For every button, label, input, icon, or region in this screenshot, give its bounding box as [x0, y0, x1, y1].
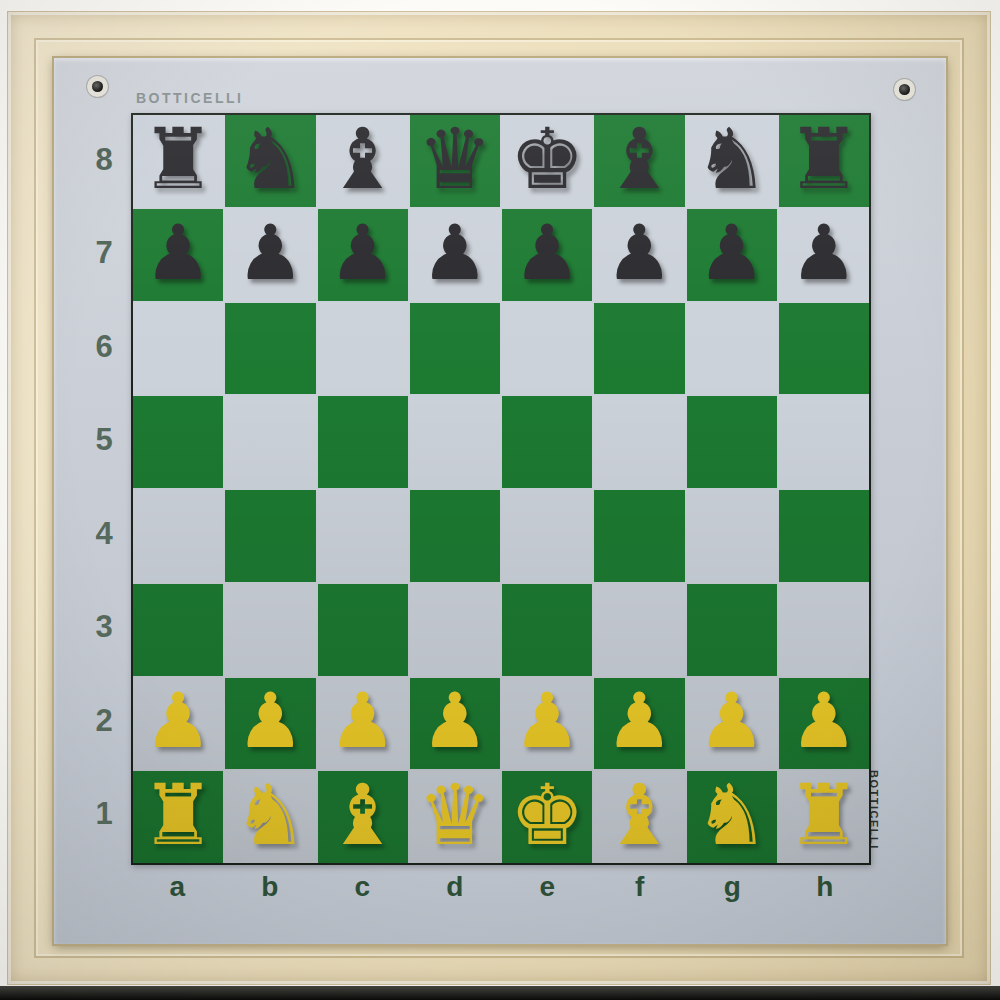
square-c4[interactable] — [318, 490, 408, 582]
square-h3[interactable] — [779, 584, 869, 676]
square-a3[interactable] — [133, 584, 223, 676]
square-b7[interactable]: ♟ — [225, 209, 315, 301]
square-f1[interactable]: ♝ — [594, 771, 684, 863]
square-f4[interactable] — [594, 490, 684, 582]
square-a6[interactable] — [133, 303, 223, 395]
square-f3[interactable] — [594, 584, 684, 676]
black-rook-h8[interactable]: ♜ — [786, 117, 861, 201]
square-c5[interactable] — [318, 396, 408, 488]
square-a2[interactable]: ♟ — [133, 678, 223, 770]
square-g4[interactable] — [687, 490, 777, 582]
square-e1[interactable]: ♚ — [502, 771, 592, 863]
black-rook-a8[interactable]: ♜ — [140, 117, 215, 201]
square-b2[interactable]: ♟ — [225, 678, 315, 770]
white-king-e1[interactable]: ♚ — [509, 773, 584, 857]
square-e5[interactable] — [502, 396, 592, 488]
file-label-g: g — [686, 866, 779, 908]
black-pawn-a7[interactable]: ♟ — [144, 215, 212, 291]
rank-label-6: 6 — [82, 300, 126, 394]
file-label-c: c — [316, 866, 409, 908]
square-d6[interactable] — [410, 303, 500, 395]
square-d5[interactable] — [410, 396, 500, 488]
white-bishop-c1[interactable]: ♝ — [325, 773, 400, 857]
white-pawn-f2[interactable]: ♟ — [605, 683, 673, 759]
square-e2[interactable]: ♟ — [502, 678, 592, 770]
white-knight-b1[interactable]: ♞ — [233, 773, 308, 857]
rank-label-3: 3 — [82, 581, 126, 675]
rank-label-1: 1 — [82, 768, 126, 862]
square-b3[interactable] — [225, 584, 315, 676]
file-label-d: d — [409, 866, 502, 908]
rank-labels: 87654321 — [82, 113, 126, 861]
black-knight-b8[interactable]: ♞ — [233, 117, 308, 201]
white-pawn-c2[interactable]: ♟ — [329, 683, 397, 759]
square-a7[interactable]: ♟ — [133, 209, 223, 301]
square-g6[interactable] — [687, 303, 777, 395]
square-b8[interactable]: ♞ — [225, 115, 315, 207]
square-g3[interactable] — [687, 584, 777, 676]
square-h1[interactable]: ♜ — [779, 771, 869, 863]
square-g5[interactable] — [687, 396, 777, 488]
frame-bottom-shadow — [0, 986, 1000, 1000]
square-c1[interactable]: ♝ — [318, 771, 408, 863]
square-h7[interactable]: ♟ — [779, 209, 869, 301]
square-d3[interactable] — [410, 584, 500, 676]
rank-label-8: 8 — [82, 113, 126, 207]
square-a8[interactable]: ♜ — [133, 115, 223, 207]
square-d7[interactable]: ♟ — [410, 209, 500, 301]
square-h4[interactable] — [779, 490, 869, 582]
square-g8[interactable]: ♞ — [687, 115, 777, 207]
square-h8[interactable]: ♜ — [779, 115, 869, 207]
square-e3[interactable] — [502, 584, 592, 676]
square-b4[interactable] — [225, 490, 315, 582]
black-pawn-b7[interactable]: ♟ — [236, 215, 304, 291]
brand-label-top: BOTTICELLI — [136, 90, 243, 106]
square-f8[interactable]: ♝ — [594, 115, 684, 207]
board: ♜♞♝♛♚♝♞♜♟♟♟♟♟♟♟♟♟♟♟♟♟♟♟♟♜♞♝♛♚♝♞♜ — [131, 113, 871, 865]
square-d4[interactable] — [410, 490, 500, 582]
white-pawn-a2[interactable]: ♟ — [144, 683, 212, 759]
square-c8[interactable]: ♝ — [318, 115, 408, 207]
square-b6[interactable] — [225, 303, 315, 395]
white-knight-g1[interactable]: ♞ — [694, 773, 769, 857]
file-labels: abcdefgh — [131, 866, 871, 908]
white-queen-d1[interactable]: ♛ — [417, 773, 492, 857]
rank-label-2: 2 — [82, 674, 126, 768]
square-c2[interactable]: ♟ — [318, 678, 408, 770]
rank-label-7: 7 — [82, 207, 126, 301]
square-h2[interactable]: ♟ — [779, 678, 869, 770]
square-d8[interactable]: ♛ — [410, 115, 500, 207]
file-label-a: a — [131, 866, 224, 908]
square-g1[interactable]: ♞ — [687, 771, 777, 863]
square-f7[interactable]: ♟ — [594, 209, 684, 301]
square-b5[interactable] — [225, 396, 315, 488]
square-e4[interactable] — [502, 490, 592, 582]
square-e8[interactable]: ♚ — [502, 115, 592, 207]
square-f5[interactable] — [594, 396, 684, 488]
file-label-f: f — [594, 866, 687, 908]
black-pawn-c7[interactable]: ♟ — [329, 215, 397, 291]
screw-hole-top-left — [92, 81, 103, 92]
square-h5[interactable] — [779, 396, 869, 488]
square-h6[interactable] — [779, 303, 869, 395]
white-pawn-b2[interactable]: ♟ — [236, 683, 304, 759]
square-d2[interactable]: ♟ — [410, 678, 500, 770]
square-c6[interactable] — [318, 303, 408, 395]
black-bishop-f8[interactable]: ♝ — [602, 117, 677, 201]
black-queen-d8[interactable]: ♛ — [417, 117, 492, 201]
square-g2[interactable]: ♟ — [687, 678, 777, 770]
square-c3[interactable] — [318, 584, 408, 676]
white-pawn-g2[interactable]: ♟ — [698, 683, 766, 759]
white-pawn-e2[interactable]: ♟ — [513, 683, 581, 759]
rank-label-5: 5 — [82, 394, 126, 488]
white-pawn-d2[interactable]: ♟ — [421, 683, 489, 759]
white-pawn-h2[interactable]: ♟ — [790, 683, 858, 759]
square-c7[interactable]: ♟ — [318, 209, 408, 301]
black-king-e8[interactable]: ♚ — [509, 117, 584, 201]
rank-label-4: 4 — [82, 487, 126, 581]
square-f6[interactable] — [594, 303, 684, 395]
file-label-b: b — [224, 866, 317, 908]
wall-chessboard-photo: BOTTICELLI BOTTICELLI 87654321 ♜♞♝♛♚♝♞♜♟… — [0, 0, 1000, 1000]
square-d1[interactable]: ♛ — [410, 771, 500, 863]
black-pawn-g7[interactable]: ♟ — [698, 215, 766, 291]
square-a1[interactable]: ♜ — [133, 771, 223, 863]
file-label-e: e — [501, 866, 594, 908]
black-knight-g8[interactable]: ♞ — [694, 117, 769, 201]
square-a5[interactable] — [133, 396, 223, 488]
white-bishop-f1[interactable]: ♝ — [602, 773, 677, 857]
black-pawn-e7[interactable]: ♟ — [513, 215, 581, 291]
white-rook-a1[interactable]: ♜ — [140, 773, 215, 857]
square-b1[interactable]: ♞ — [225, 771, 315, 863]
screw-hole-top-right — [899, 84, 910, 95]
black-pawn-h7[interactable]: ♟ — [790, 215, 858, 291]
square-e7[interactable]: ♟ — [502, 209, 592, 301]
square-g7[interactable]: ♟ — [687, 209, 777, 301]
file-label-h: h — [779, 866, 872, 908]
white-rook-h1[interactable]: ♜ — [786, 773, 861, 857]
square-e6[interactable] — [502, 303, 592, 395]
black-pawn-d7[interactable]: ♟ — [421, 215, 489, 291]
black-bishop-c8[interactable]: ♝ — [325, 117, 400, 201]
square-f2[interactable]: ♟ — [594, 678, 684, 770]
square-a4[interactable] — [133, 490, 223, 582]
black-pawn-f7[interactable]: ♟ — [605, 215, 673, 291]
